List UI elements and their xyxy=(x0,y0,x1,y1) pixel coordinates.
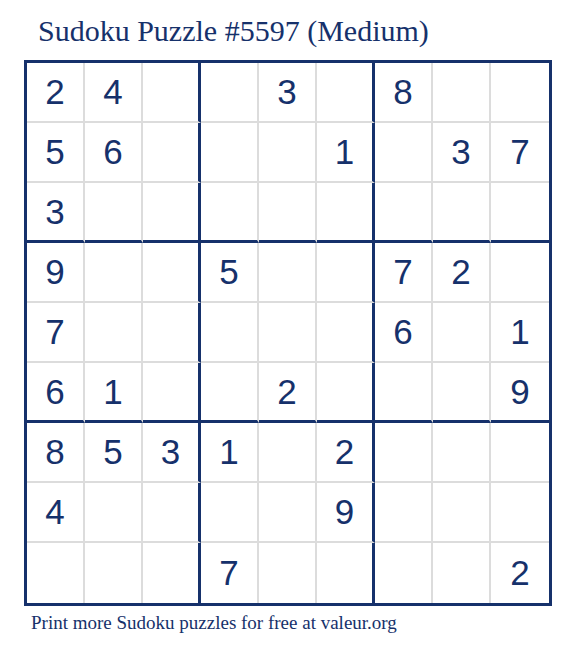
sudoku-cell-r8c3 xyxy=(143,483,201,543)
sudoku-cell-r1c7: 8 xyxy=(375,63,433,123)
sudoku-cell-r1c8 xyxy=(433,63,491,123)
sudoku-cell-r4c9 xyxy=(491,243,549,303)
sudoku-cell-r9c8 xyxy=(433,543,491,603)
sudoku-cell-r5c5 xyxy=(259,303,317,363)
sudoku-cell-r5c1: 7 xyxy=(27,303,85,363)
sudoku-cell-r2c8: 3 xyxy=(433,123,491,183)
sudoku-cell-r5c2 xyxy=(85,303,143,363)
sudoku-cell-r2c1: 5 xyxy=(27,123,85,183)
sudoku-cell-r9c7 xyxy=(375,543,433,603)
sudoku-cell-r7c1: 8 xyxy=(27,423,85,483)
sudoku-cell-r4c4: 5 xyxy=(201,243,259,303)
sudoku-cell-r5c4 xyxy=(201,303,259,363)
sudoku-cell-r5c6 xyxy=(317,303,375,363)
sudoku-cell-r9c2 xyxy=(85,543,143,603)
sudoku-cell-r8c9 xyxy=(491,483,549,543)
sudoku-cell-r7c8 xyxy=(433,423,491,483)
sudoku-cell-r9c4: 7 xyxy=(201,543,259,603)
sudoku-cell-r5c8 xyxy=(433,303,491,363)
sudoku-cell-r2c2: 6 xyxy=(85,123,143,183)
sudoku-cell-r3c1: 3 xyxy=(27,183,85,243)
sudoku-cell-r7c9 xyxy=(491,423,549,483)
sudoku-cell-r8c5 xyxy=(259,483,317,543)
sudoku-cell-r9c5 xyxy=(259,543,317,603)
sudoku-cell-r1c5: 3 xyxy=(259,63,317,123)
sudoku-cell-r6c5: 2 xyxy=(259,363,317,423)
sudoku-cell-r2c5 xyxy=(259,123,317,183)
sudoku-cell-r2c4 xyxy=(201,123,259,183)
sudoku-cell-r6c4 xyxy=(201,363,259,423)
sudoku-cell-r6c3 xyxy=(143,363,201,423)
sudoku-cell-r3c6 xyxy=(317,183,375,243)
sudoku-cell-r7c7 xyxy=(375,423,433,483)
sudoku-cell-r3c7 xyxy=(375,183,433,243)
sudoku-cell-r7c3: 3 xyxy=(143,423,201,483)
sudoku-cell-r5c9: 1 xyxy=(491,303,549,363)
sudoku-cell-r2c7 xyxy=(375,123,433,183)
sudoku-cell-r8c4 xyxy=(201,483,259,543)
sudoku-cell-r3c9 xyxy=(491,183,549,243)
sudoku-cell-r1c6 xyxy=(317,63,375,123)
sudoku-cell-r9c3 xyxy=(143,543,201,603)
sudoku-cell-r9c6 xyxy=(317,543,375,603)
sudoku-cell-r3c4 xyxy=(201,183,259,243)
sudoku-cell-r1c3 xyxy=(143,63,201,123)
sudoku-cell-r2c3 xyxy=(143,123,201,183)
sudoku-cell-r8c8 xyxy=(433,483,491,543)
sudoku-cell-r4c5 xyxy=(259,243,317,303)
page-title: Sudoku Puzzle #5597 (Medium) xyxy=(38,14,429,48)
sudoku-cell-r3c8 xyxy=(433,183,491,243)
sudoku-cell-r4c3 xyxy=(143,243,201,303)
sudoku-cell-r4c6 xyxy=(317,243,375,303)
sudoku-cell-r6c9: 9 xyxy=(491,363,549,423)
sudoku-cell-r5c7: 6 xyxy=(375,303,433,363)
sudoku-cell-r7c5 xyxy=(259,423,317,483)
sudoku-cell-r8c7 xyxy=(375,483,433,543)
sudoku-cell-r5c3 xyxy=(143,303,201,363)
sudoku-cell-r1c4 xyxy=(201,63,259,123)
sudoku-cell-r1c2: 4 xyxy=(85,63,143,123)
sudoku-cell-r3c2 xyxy=(85,183,143,243)
footer-text: Print more Sudoku puzzles for free at va… xyxy=(31,612,397,634)
sudoku-cell-r3c3 xyxy=(143,183,201,243)
sudoku-cell-r4c1: 9 xyxy=(27,243,85,303)
sudoku-cell-r9c1 xyxy=(27,543,85,603)
sudoku-cell-r4c7: 7 xyxy=(375,243,433,303)
sudoku-cell-r2c6: 1 xyxy=(317,123,375,183)
sudoku-cell-r7c4: 1 xyxy=(201,423,259,483)
sudoku-cell-r4c8: 2 xyxy=(433,243,491,303)
sudoku-board: 243856137395727616129853124972 xyxy=(24,60,552,606)
sudoku-cell-r1c9 xyxy=(491,63,549,123)
sudoku-page: Sudoku Puzzle #5597 (Medium) 24385613739… xyxy=(0,0,574,651)
sudoku-cell-r7c2: 5 xyxy=(85,423,143,483)
sudoku-cell-r6c6 xyxy=(317,363,375,423)
sudoku-cell-r4c2 xyxy=(85,243,143,303)
sudoku-cell-r8c2 xyxy=(85,483,143,543)
sudoku-cell-r2c9: 7 xyxy=(491,123,549,183)
sudoku-cell-r1c1: 2 xyxy=(27,63,85,123)
sudoku-cell-r6c7 xyxy=(375,363,433,423)
sudoku-cell-r8c6: 9 xyxy=(317,483,375,543)
sudoku-cell-r6c8 xyxy=(433,363,491,423)
sudoku-cell-r6c1: 6 xyxy=(27,363,85,423)
sudoku-cell-r7c6: 2 xyxy=(317,423,375,483)
sudoku-cell-r8c1: 4 xyxy=(27,483,85,543)
sudoku-cell-r3c5 xyxy=(259,183,317,243)
sudoku-cell-r9c9: 2 xyxy=(491,543,549,603)
sudoku-cell-r6c2: 1 xyxy=(85,363,143,423)
